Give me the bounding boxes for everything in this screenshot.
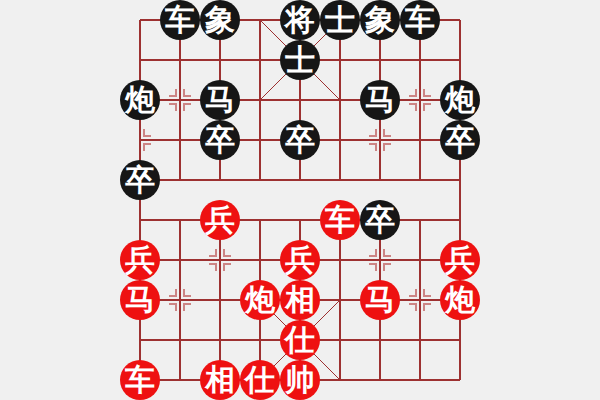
piece-glyph: 象 xyxy=(205,0,235,40)
piece-red-horse[interactable]: 马 xyxy=(120,280,160,320)
piece-black-soldier[interactable]: 卒 xyxy=(120,160,160,200)
piece-black-advisor[interactable]: 士 xyxy=(280,40,320,80)
piece-black-horse[interactable]: 马 xyxy=(200,80,240,120)
piece-red-elephant[interactable]: 相 xyxy=(200,360,240,400)
piece-red-advisor[interactable]: 仕 xyxy=(240,360,280,400)
piece-red-chariot[interactable]: 车 xyxy=(320,200,360,240)
piece-black-chariot[interactable]: 车 xyxy=(160,0,200,40)
piece-glyph: 卒 xyxy=(285,120,315,160)
piece-glyph: 马 xyxy=(365,280,395,320)
piece-glyph: 相 xyxy=(205,360,235,400)
piece-glyph: 仕 xyxy=(245,360,275,400)
piece-red-elephant[interactable]: 相 xyxy=(280,280,320,320)
piece-black-elephant[interactable]: 象 xyxy=(360,0,400,40)
pieces-layer: 车象将士象车士炮马马炮卒卒卒卒卒兵车兵兵兵马炮相马炮仕车相仕帅 xyxy=(120,0,480,400)
piece-black-soldier[interactable]: 卒 xyxy=(360,200,400,240)
piece-glyph: 马 xyxy=(365,80,395,120)
piece-black-general[interactable]: 将 xyxy=(280,0,320,40)
piece-black-soldier[interactable]: 卒 xyxy=(440,120,480,160)
piece-red-soldier[interactable]: 兵 xyxy=(280,240,320,280)
piece-black-cannon[interactable]: 炮 xyxy=(440,80,480,120)
piece-glyph: 帅 xyxy=(285,360,315,400)
piece-glyph: 卒 xyxy=(445,120,475,160)
piece-glyph: 卒 xyxy=(125,160,155,200)
piece-glyph: 仕 xyxy=(285,320,315,360)
piece-glyph: 兵 xyxy=(125,240,155,280)
piece-black-soldier[interactable]: 卒 xyxy=(200,120,240,160)
piece-glyph: 相 xyxy=(285,280,315,320)
piece-glyph: 马 xyxy=(205,80,235,120)
piece-glyph: 兵 xyxy=(205,200,235,240)
piece-red-cannon[interactable]: 炮 xyxy=(240,280,280,320)
xiangqi-board: 车象将士象车士炮马马炮卒卒卒卒卒兵车兵兵兵马炮相马炮仕车相仕帅 xyxy=(0,0,600,400)
piece-black-cannon[interactable]: 炮 xyxy=(120,80,160,120)
piece-glyph: 车 xyxy=(405,0,435,40)
piece-glyph: 炮 xyxy=(245,280,275,320)
piece-glyph: 士 xyxy=(285,40,315,80)
piece-glyph: 车 xyxy=(165,0,195,40)
piece-red-soldier[interactable]: 兵 xyxy=(440,240,480,280)
piece-black-chariot[interactable]: 车 xyxy=(400,0,440,40)
piece-glyph: 炮 xyxy=(445,280,475,320)
piece-red-soldier[interactable]: 兵 xyxy=(120,240,160,280)
piece-red-chariot[interactable]: 车 xyxy=(120,360,160,400)
piece-glyph: 卒 xyxy=(365,200,395,240)
piece-black-soldier[interactable]: 卒 xyxy=(280,120,320,160)
piece-red-advisor[interactable]: 仕 xyxy=(280,320,320,360)
piece-black-advisor[interactable]: 士 xyxy=(320,0,360,40)
piece-glyph: 兵 xyxy=(445,240,475,280)
piece-red-soldier[interactable]: 兵 xyxy=(200,200,240,240)
piece-glyph: 将 xyxy=(285,0,315,40)
piece-black-horse[interactable]: 马 xyxy=(360,80,400,120)
piece-glyph: 士 xyxy=(325,0,355,40)
piece-glyph: 炮 xyxy=(125,80,155,120)
piece-glyph: 兵 xyxy=(285,240,315,280)
piece-red-general[interactable]: 帅 xyxy=(280,360,320,400)
xiangqi-app: 车象将士象车士炮马马炮卒卒卒卒卒兵车兵兵兵马炮相马炮仕车相仕帅 xyxy=(0,0,600,400)
piece-black-elephant[interactable]: 象 xyxy=(200,0,240,40)
piece-red-horse[interactable]: 马 xyxy=(360,280,400,320)
piece-glyph: 车 xyxy=(325,200,355,240)
piece-glyph: 炮 xyxy=(445,80,475,120)
piece-glyph: 象 xyxy=(365,0,395,40)
piece-glyph: 马 xyxy=(125,280,155,320)
piece-glyph: 车 xyxy=(125,360,155,400)
piece-red-cannon[interactable]: 炮 xyxy=(440,280,480,320)
piece-glyph: 卒 xyxy=(205,120,235,160)
